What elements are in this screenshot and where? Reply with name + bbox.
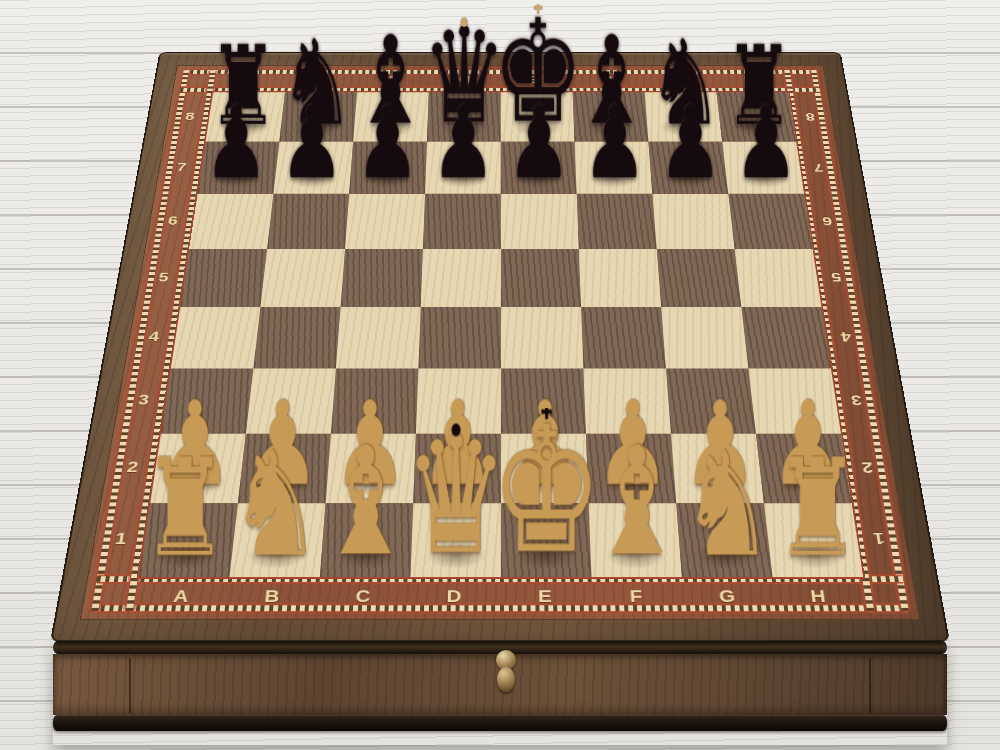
square-d4[interactable]	[418, 307, 501, 369]
white-knight[interactable]: ♞	[229, 436, 322, 573]
file-label: D	[409, 584, 500, 608]
file-label: C	[317, 584, 409, 608]
finial-ball-icon	[451, 423, 460, 435]
black-pawn[interactable]: ♟	[506, 96, 570, 191]
square-d1[interactable]: ♛	[410, 503, 501, 577]
file-label: G	[642, 72, 715, 87]
square-a5[interactable]	[180, 249, 267, 307]
square-e5[interactable]	[501, 249, 581, 307]
file-labels-top: ABCDEFGH	[214, 72, 786, 87]
square-g1[interactable]: ♞	[676, 503, 772, 577]
file-labels-bottom: ABCDEFGH	[134, 584, 866, 608]
box-base-molding	[53, 715, 947, 731]
square-a7[interactable]: ♟	[198, 142, 280, 194]
square-f4[interactable]	[581, 307, 666, 369]
square-h1[interactable]: ♜	[764, 503, 863, 577]
board-border-band: ABCDEFGH ABCDEFGH 87654321 87654321 ♜♞♝♛…	[80, 65, 920, 620]
square-a6[interactable]	[189, 194, 273, 249]
black-pawn[interactable]: ♟	[582, 96, 646, 191]
square-h7[interactable]: ♟	[722, 142, 804, 194]
chess-box-front	[53, 641, 947, 745]
black-pawn[interactable]: ♟	[431, 96, 495, 191]
square-c4[interactable]	[336, 307, 421, 369]
square-h4[interactable]	[741, 307, 831, 369]
square-b7[interactable]: ♟	[273, 142, 353, 194]
file-label: F	[591, 584, 683, 608]
file-label: E	[500, 72, 572, 87]
black-pawn[interactable]: ♟	[658, 96, 722, 191]
file-label: E	[500, 584, 591, 608]
file-label: H	[772, 584, 866, 608]
black-pawn[interactable]: ♟	[734, 96, 798, 191]
square-e4[interactable]	[501, 307, 584, 369]
white-bishop[interactable]: ♝	[317, 431, 413, 573]
square-h5[interactable]	[735, 249, 822, 307]
black-pawn[interactable]: ♟	[355, 96, 419, 191]
file-label: A	[134, 584, 228, 608]
square-d7[interactable]: ♟	[425, 142, 501, 194]
square-a4[interactable]	[171, 307, 261, 369]
white-rook[interactable]: ♜	[774, 445, 861, 573]
square-e1[interactable]: ♚✚	[501, 503, 592, 577]
file-label: D	[428, 72, 500, 87]
drawer-knob[interactable]	[495, 650, 517, 702]
file-label: B	[285, 72, 358, 87]
square-d5[interactable]	[421, 249, 501, 307]
square-c1[interactable]: ♝	[320, 503, 413, 577]
square-f5[interactable]	[579, 249, 661, 307]
square-g4[interactable]	[661, 307, 748, 369]
square-g7[interactable]: ♟	[648, 142, 728, 194]
square-b6[interactable]	[267, 194, 349, 249]
black-pawn[interactable]: ♟	[204, 96, 268, 191]
file-label: A	[214, 72, 287, 87]
file-label: H	[713, 72, 786, 87]
finial-ball-icon	[460, 17, 467, 27]
knob-drop-icon	[497, 667, 515, 692]
square-f1[interactable]: ♝	[589, 503, 682, 577]
finial-cross-icon: ✚	[540, 403, 552, 423]
black-pawn[interactable]: ♟	[279, 96, 343, 191]
square-c7[interactable]: ♟	[349, 142, 427, 194]
square-f7[interactable]: ♟	[575, 142, 653, 194]
square-e6[interactable]	[501, 194, 579, 249]
white-queen[interactable]: ♛	[404, 419, 508, 573]
square-b5[interactable]	[260, 249, 345, 307]
chess-box-top: ABCDEFGH ABCDEFGH 87654321 87654321 ♜♞♝♛…	[50, 52, 950, 642]
file-label: F	[571, 72, 643, 87]
square-e7[interactable]: ♟	[501, 142, 577, 194]
file-label: C	[357, 72, 429, 87]
inlay-ribbon-bottom-outer	[91, 604, 909, 612]
file-label: G	[681, 584, 774, 608]
walnut-frame: ABCDEFGH ABCDEFGH 87654321 87654321 ♜♞♝♛…	[50, 52, 950, 642]
drawer-front[interactable]	[53, 654, 947, 715]
square-d6[interactable]	[423, 194, 501, 249]
square-b1[interactable]: ♞	[229, 503, 325, 577]
white-bishop[interactable]: ♝	[588, 431, 684, 573]
square-a1[interactable]: ♜	[139, 503, 238, 577]
scene: ABCDEFGH ABCDEFGH 87654321 87654321 ♜♞♝♛…	[0, 0, 1000, 750]
square-g6[interactable]	[652, 194, 734, 249]
square-f6[interactable]	[577, 194, 657, 249]
square-c6[interactable]	[345, 194, 425, 249]
square-h6[interactable]	[728, 194, 812, 249]
file-label: B	[226, 584, 319, 608]
square-g5[interactable]	[657, 249, 742, 307]
square-c5[interactable]	[341, 249, 423, 307]
white-rook[interactable]: ♜	[141, 445, 228, 573]
chess-board[interactable]: ♜♞♝♛♚✚♝♞♜♟♟♟♟♟♟♟♟♟♟♟♟♟♟♟♟♜♞♝♛♚✚♝♞♜	[139, 92, 863, 577]
white-knight[interactable]: ♞	[680, 436, 773, 573]
finial-cross-icon: ✚	[533, 0, 543, 16]
square-b4[interactable]	[253, 307, 340, 369]
